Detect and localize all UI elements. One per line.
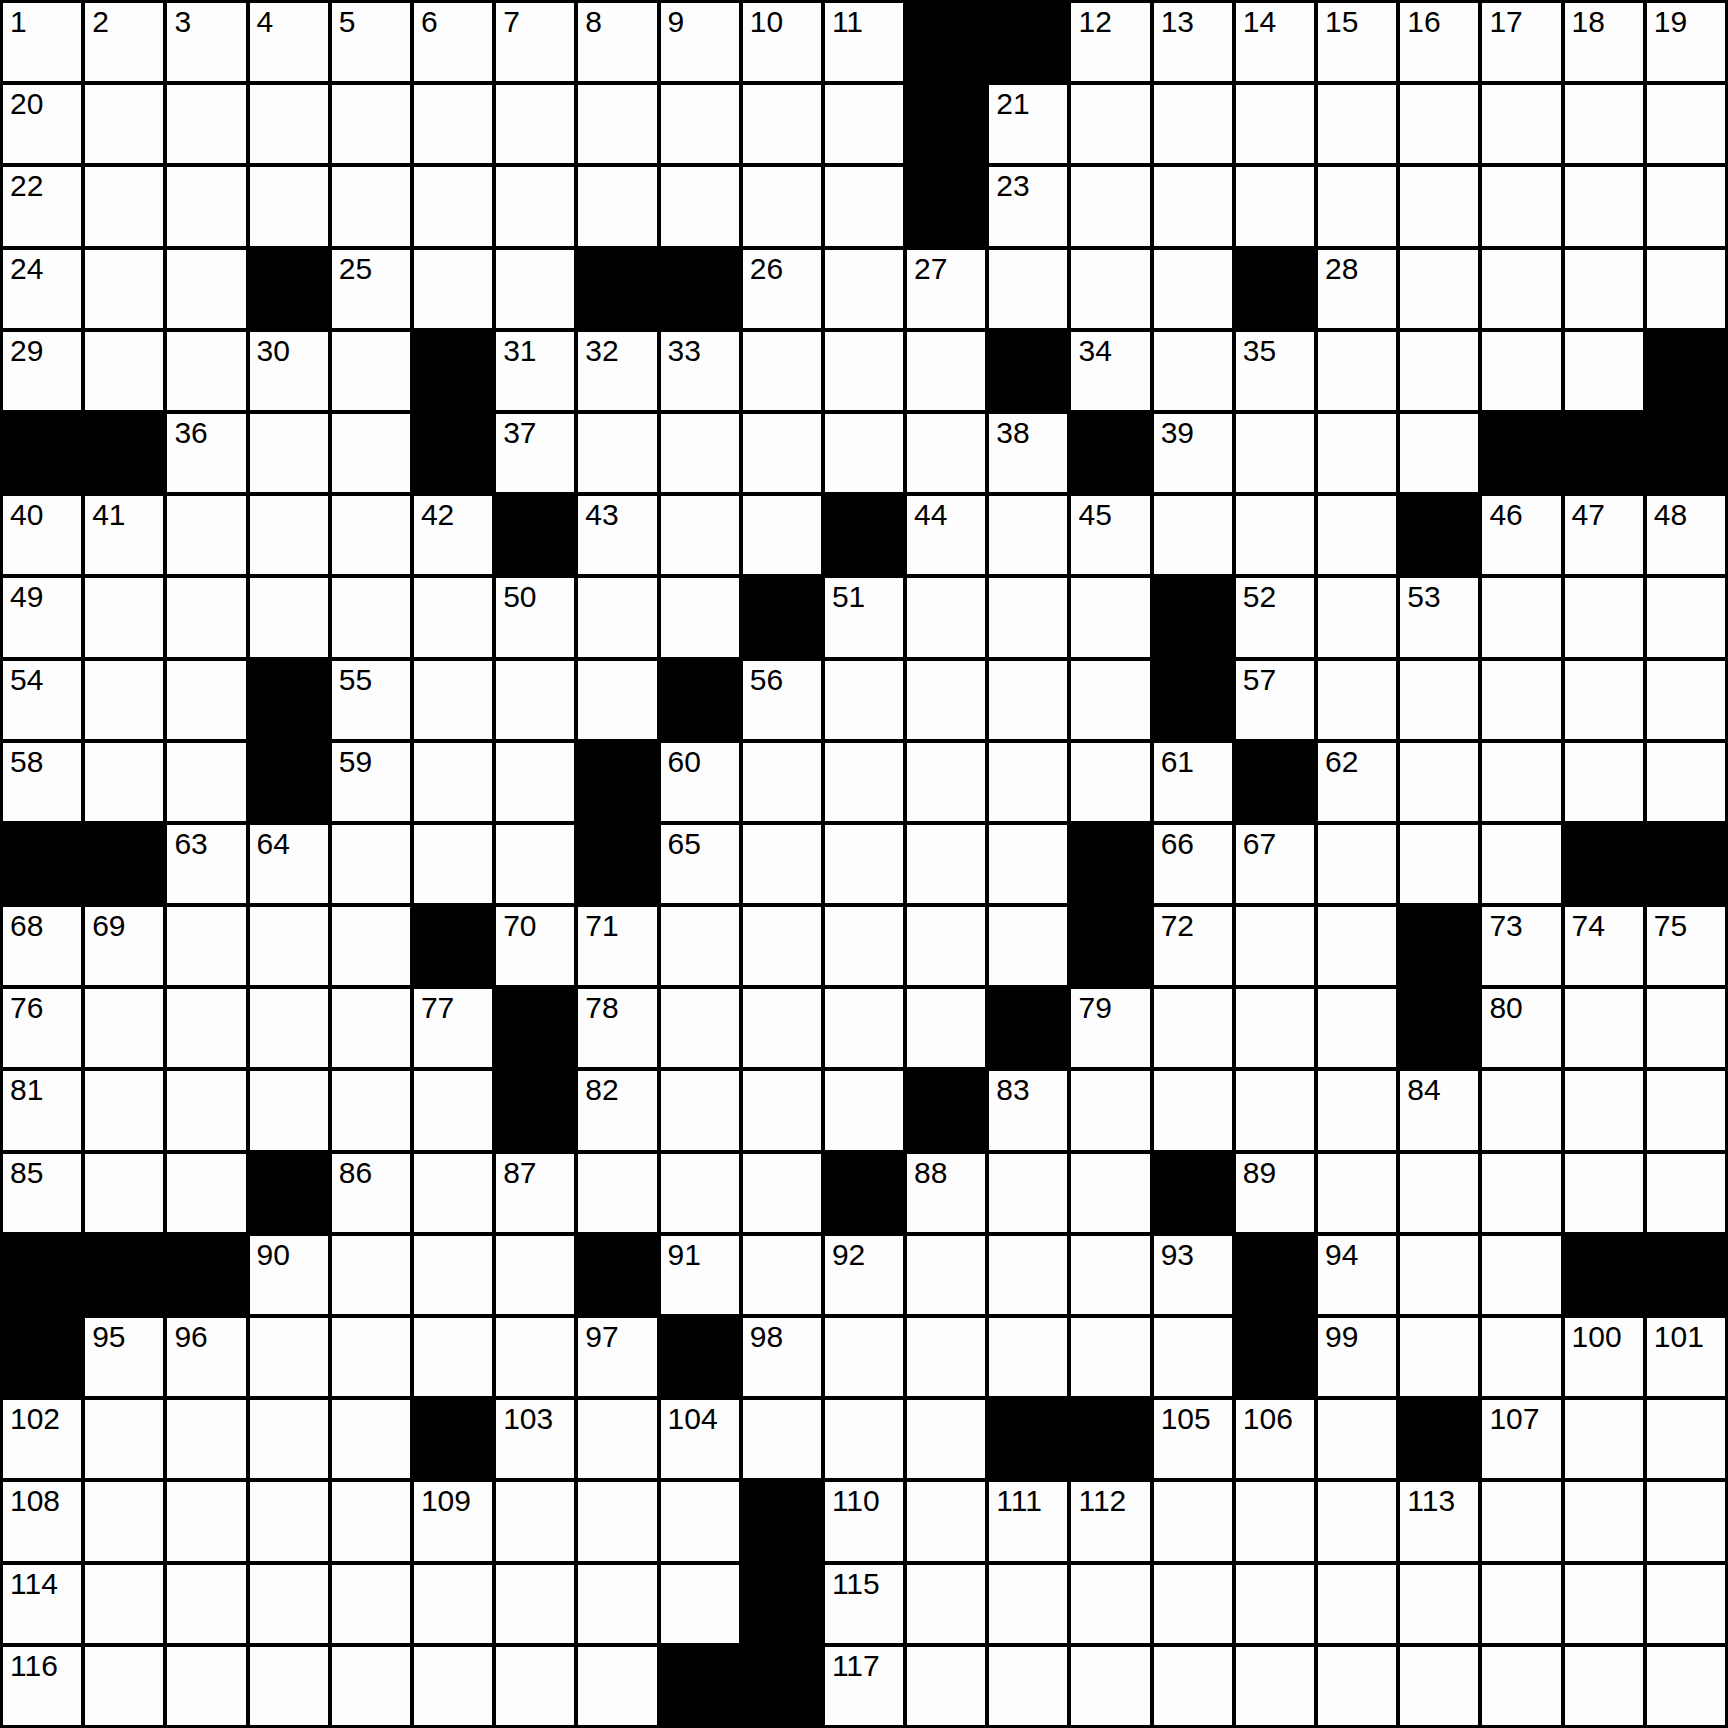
letter-cell[interactable]	[743, 414, 821, 492]
letter-cell[interactable]	[743, 496, 821, 574]
letter-cell[interactable]	[989, 825, 1067, 903]
letter-cell[interactable]: 76	[3, 989, 81, 1067]
letter-cell[interactable]: 22	[3, 167, 81, 245]
letter-cell[interactable]: 18	[1565, 3, 1643, 81]
letter-cell[interactable]: 7	[496, 3, 574, 81]
letter-cell[interactable]	[1565, 85, 1643, 163]
letter-cell[interactable]	[1071, 578, 1149, 656]
letter-cell[interactable]: 19	[1647, 3, 1725, 81]
letter-cell[interactable]	[1318, 1647, 1396, 1725]
letter-cell[interactable]	[989, 1647, 1067, 1725]
letter-cell[interactable]: 44	[907, 496, 985, 574]
letter-cell[interactable]	[989, 661, 1067, 739]
letter-cell[interactable]	[1565, 250, 1643, 328]
letter-cell[interactable]: 52	[1236, 578, 1314, 656]
letter-cell[interactable]: 32	[578, 332, 656, 410]
letter-cell[interactable]	[1236, 1482, 1314, 1560]
letter-cell[interactable]	[661, 414, 739, 492]
letter-cell[interactable]	[989, 1318, 1067, 1396]
letter-cell[interactable]	[332, 989, 410, 1067]
letter-cell[interactable]: 10	[743, 3, 821, 81]
letter-cell[interactable]: 36	[167, 414, 245, 492]
letter-cell[interactable]	[1647, 250, 1725, 328]
letter-cell[interactable]: 2	[85, 3, 163, 81]
letter-cell[interactable]	[1318, 1071, 1396, 1149]
letter-cell[interactable]	[1154, 85, 1232, 163]
letter-cell[interactable]	[1318, 85, 1396, 163]
letter-cell[interactable]	[1400, 1647, 1478, 1725]
letter-cell[interactable]	[332, 1482, 410, 1560]
letter-cell[interactable]	[167, 1400, 245, 1478]
letter-cell[interactable]	[1565, 332, 1643, 410]
letter-cell[interactable]	[1154, 250, 1232, 328]
letter-cell[interactable]: 13	[1154, 3, 1232, 81]
letter-cell[interactable]	[496, 825, 574, 903]
letter-cell[interactable]	[1071, 1071, 1149, 1149]
letter-cell[interactable]: 74	[1565, 907, 1643, 985]
letter-cell[interactable]	[907, 743, 985, 821]
letter-cell[interactable]: 60	[661, 743, 739, 821]
letter-cell[interactable]: 16	[1400, 3, 1478, 81]
letter-cell[interactable]: 70	[496, 907, 574, 985]
letter-cell[interactable]	[85, 1565, 163, 1643]
letter-cell[interactable]	[332, 85, 410, 163]
letter-cell[interactable]	[1154, 1318, 1232, 1396]
letter-cell[interactable]: 96	[167, 1318, 245, 1396]
letter-cell[interactable]	[1400, 1318, 1478, 1396]
letter-cell[interactable]	[1482, 1318, 1560, 1396]
letter-cell[interactable]	[907, 989, 985, 1067]
letter-cell[interactable]	[414, 1154, 492, 1232]
letter-cell[interactable]	[1482, 250, 1560, 328]
letter-cell[interactable]	[743, 167, 821, 245]
letter-cell[interactable]: 85	[3, 1154, 81, 1232]
letter-cell[interactable]	[332, 1071, 410, 1149]
letter-cell[interactable]	[1318, 496, 1396, 574]
letter-cell[interactable]	[907, 1236, 985, 1314]
letter-cell[interactable]: 26	[743, 250, 821, 328]
letter-cell[interactable]: 111	[989, 1482, 1067, 1560]
letter-cell[interactable]	[743, 1071, 821, 1149]
letter-cell[interactable]	[1565, 1482, 1643, 1560]
letter-cell[interactable]	[1482, 332, 1560, 410]
letter-cell[interactable]	[1647, 85, 1725, 163]
letter-cell[interactable]	[1236, 414, 1314, 492]
letter-cell[interactable]	[1565, 1400, 1643, 1478]
letter-cell[interactable]	[332, 1318, 410, 1396]
letter-cell[interactable]	[1647, 1482, 1725, 1560]
letter-cell[interactable]: 95	[85, 1318, 163, 1396]
letter-cell[interactable]: 62	[1318, 743, 1396, 821]
letter-cell[interactable]	[167, 1482, 245, 1560]
letter-cell[interactable]	[1071, 167, 1149, 245]
letter-cell[interactable]: 1	[3, 3, 81, 81]
letter-cell[interactable]	[496, 250, 574, 328]
letter-cell[interactable]: 57	[1236, 661, 1314, 739]
letter-cell[interactable]	[332, 1236, 410, 1314]
letter-cell[interactable]	[1482, 1482, 1560, 1560]
letter-cell[interactable]: 88	[907, 1154, 985, 1232]
letter-cell[interactable]: 6	[414, 3, 492, 81]
letter-cell[interactable]	[496, 1647, 574, 1725]
letter-cell[interactable]	[578, 578, 656, 656]
letter-cell[interactable]: 21	[989, 85, 1067, 163]
letter-cell[interactable]: 50	[496, 578, 574, 656]
letter-cell[interactable]	[1236, 1647, 1314, 1725]
letter-cell[interactable]	[1482, 743, 1560, 821]
letter-cell[interactable]	[1482, 1236, 1560, 1314]
letter-cell[interactable]	[1647, 578, 1725, 656]
letter-cell[interactable]	[1318, 414, 1396, 492]
letter-cell[interactable]	[825, 989, 903, 1067]
letter-cell[interactable]	[85, 250, 163, 328]
letter-cell[interactable]	[743, 85, 821, 163]
letter-cell[interactable]: 77	[414, 989, 492, 1067]
letter-cell[interactable]	[1647, 1565, 1725, 1643]
letter-cell[interactable]	[167, 907, 245, 985]
letter-cell[interactable]: 63	[167, 825, 245, 903]
letter-cell[interactable]	[661, 167, 739, 245]
letter-cell[interactable]: 30	[250, 332, 328, 410]
letter-cell[interactable]: 4	[250, 3, 328, 81]
letter-cell[interactable]	[907, 1400, 985, 1478]
letter-cell[interactable]	[578, 1565, 656, 1643]
letter-cell[interactable]	[578, 167, 656, 245]
letter-cell[interactable]	[496, 1565, 574, 1643]
letter-cell[interactable]	[85, 85, 163, 163]
letter-cell[interactable]	[1647, 989, 1725, 1067]
letter-cell[interactable]	[1154, 496, 1232, 574]
letter-cell[interactable]	[1236, 85, 1314, 163]
letter-cell[interactable]	[1071, 85, 1149, 163]
letter-cell[interactable]: 75	[1647, 907, 1725, 985]
letter-cell[interactable]	[1071, 1647, 1149, 1725]
letter-cell[interactable]	[496, 1318, 574, 1396]
letter-cell[interactable]	[1318, 1400, 1396, 1478]
letter-cell[interactable]: 109	[414, 1482, 492, 1560]
letter-cell[interactable]	[332, 825, 410, 903]
letter-cell[interactable]	[1236, 989, 1314, 1067]
letter-cell[interactable]	[496, 743, 574, 821]
letter-cell[interactable]	[907, 414, 985, 492]
letter-cell[interactable]	[1400, 1236, 1478, 1314]
letter-cell[interactable]	[496, 167, 574, 245]
letter-cell[interactable]: 113	[1400, 1482, 1478, 1560]
letter-cell[interactable]	[1071, 1318, 1149, 1396]
letter-cell[interactable]	[1482, 825, 1560, 903]
letter-cell[interactable]: 106	[1236, 1400, 1314, 1478]
letter-cell[interactable]	[250, 167, 328, 245]
letter-cell[interactable]	[1565, 1647, 1643, 1725]
letter-cell[interactable]	[414, 1565, 492, 1643]
letter-cell[interactable]: 39	[1154, 414, 1232, 492]
letter-cell[interactable]	[85, 1400, 163, 1478]
letter-cell[interactable]	[250, 1482, 328, 1560]
letter-cell[interactable]	[1318, 167, 1396, 245]
letter-cell[interactable]: 82	[578, 1071, 656, 1149]
letter-cell[interactable]	[1482, 1154, 1560, 1232]
letter-cell[interactable]: 100	[1565, 1318, 1643, 1396]
letter-cell[interactable]	[332, 1565, 410, 1643]
letter-cell[interactable]	[1318, 332, 1396, 410]
letter-cell[interactable]: 105	[1154, 1400, 1232, 1478]
letter-cell[interactable]	[825, 1400, 903, 1478]
letter-cell[interactable]: 12	[1071, 3, 1149, 81]
letter-cell[interactable]: 114	[3, 1565, 81, 1643]
letter-cell[interactable]	[167, 1647, 245, 1725]
letter-cell[interactable]: 69	[85, 907, 163, 985]
letter-cell[interactable]	[1236, 907, 1314, 985]
letter-cell[interactable]	[85, 1647, 163, 1725]
letter-cell[interactable]	[825, 825, 903, 903]
letter-cell[interactable]	[907, 825, 985, 903]
letter-cell[interactable]	[1154, 989, 1232, 1067]
letter-cell[interactable]	[167, 1071, 245, 1149]
letter-cell[interactable]	[167, 743, 245, 821]
letter-cell[interactable]	[825, 661, 903, 739]
letter-cell[interactable]: 23	[989, 167, 1067, 245]
letter-cell[interactable]	[1318, 907, 1396, 985]
letter-cell[interactable]	[1482, 1565, 1560, 1643]
letter-cell[interactable]: 93	[1154, 1236, 1232, 1314]
letter-cell[interactable]	[661, 85, 739, 163]
letter-cell[interactable]	[989, 743, 1067, 821]
letter-cell[interactable]	[167, 85, 245, 163]
letter-cell[interactable]: 40	[3, 496, 81, 574]
letter-cell[interactable]: 87	[496, 1154, 574, 1232]
letter-cell[interactable]: 56	[743, 661, 821, 739]
letter-cell[interactable]: 81	[3, 1071, 81, 1149]
letter-cell[interactable]	[1565, 1154, 1643, 1232]
letter-cell[interactable]	[1565, 1071, 1643, 1149]
letter-cell[interactable]	[989, 250, 1067, 328]
letter-cell[interactable]: 98	[743, 1318, 821, 1396]
letter-cell[interactable]: 33	[661, 332, 739, 410]
letter-cell[interactable]	[743, 1154, 821, 1232]
letter-cell[interactable]	[250, 1400, 328, 1478]
letter-cell[interactable]	[1154, 167, 1232, 245]
letter-cell[interactable]	[85, 661, 163, 739]
letter-cell[interactable]: 24	[3, 250, 81, 328]
letter-cell[interactable]	[1565, 578, 1643, 656]
letter-cell[interactable]	[496, 85, 574, 163]
letter-cell[interactable]: 11	[825, 3, 903, 81]
letter-cell[interactable]	[85, 743, 163, 821]
letter-cell[interactable]: 86	[332, 1154, 410, 1232]
letter-cell[interactable]	[989, 1565, 1067, 1643]
letter-cell[interactable]	[250, 1318, 328, 1396]
letter-cell[interactable]	[414, 1647, 492, 1725]
letter-cell[interactable]	[414, 1071, 492, 1149]
letter-cell[interactable]	[825, 414, 903, 492]
letter-cell[interactable]	[85, 578, 163, 656]
letter-cell[interactable]	[907, 578, 985, 656]
letter-cell[interactable]	[1400, 743, 1478, 821]
letter-cell[interactable]	[1400, 167, 1478, 245]
letter-cell[interactable]	[661, 907, 739, 985]
letter-cell[interactable]: 45	[1071, 496, 1149, 574]
letter-cell[interactable]: 90	[250, 1236, 328, 1314]
letter-cell[interactable]	[85, 1482, 163, 1560]
letter-cell[interactable]	[1565, 167, 1643, 245]
letter-cell[interactable]	[1565, 661, 1643, 739]
letter-cell[interactable]	[825, 250, 903, 328]
letter-cell[interactable]	[661, 496, 739, 574]
letter-cell[interactable]: 37	[496, 414, 574, 492]
letter-cell[interactable]	[1318, 1154, 1396, 1232]
letter-cell[interactable]	[1236, 496, 1314, 574]
letter-cell[interactable]: 42	[414, 496, 492, 574]
letter-cell[interactable]	[825, 332, 903, 410]
letter-cell[interactable]: 107	[1482, 1400, 1560, 1478]
letter-cell[interactable]	[167, 1565, 245, 1643]
letter-cell[interactable]	[1647, 1400, 1725, 1478]
letter-cell[interactable]	[250, 1647, 328, 1725]
letter-cell[interactable]	[1318, 661, 1396, 739]
letter-cell[interactable]	[1647, 167, 1725, 245]
letter-cell[interactable]	[989, 1154, 1067, 1232]
letter-cell[interactable]: 108	[3, 1482, 81, 1560]
letter-cell[interactable]	[825, 85, 903, 163]
letter-cell[interactable]: 117	[825, 1647, 903, 1725]
letter-cell[interactable]	[825, 743, 903, 821]
letter-cell[interactable]	[85, 167, 163, 245]
letter-cell[interactable]	[578, 1647, 656, 1725]
letter-cell[interactable]: 41	[85, 496, 163, 574]
letter-cell[interactable]: 103	[496, 1400, 574, 1478]
letter-cell[interactable]	[167, 661, 245, 739]
letter-cell[interactable]	[578, 1482, 656, 1560]
letter-cell[interactable]: 49	[3, 578, 81, 656]
letter-cell[interactable]	[332, 167, 410, 245]
letter-cell[interactable]	[989, 496, 1067, 574]
letter-cell[interactable]	[332, 1647, 410, 1725]
letter-cell[interactable]	[1400, 1154, 1478, 1232]
letter-cell[interactable]: 46	[1482, 496, 1560, 574]
letter-cell[interactable]	[907, 332, 985, 410]
letter-cell[interactable]: 20	[3, 85, 81, 163]
letter-cell[interactable]	[1318, 825, 1396, 903]
letter-cell[interactable]	[743, 989, 821, 1067]
letter-cell[interactable]	[1400, 1565, 1478, 1643]
letter-cell[interactable]	[250, 414, 328, 492]
letter-cell[interactable]	[1400, 250, 1478, 328]
letter-cell[interactable]	[85, 332, 163, 410]
letter-cell[interactable]	[743, 907, 821, 985]
letter-cell[interactable]	[743, 825, 821, 903]
letter-cell[interactable]	[414, 1236, 492, 1314]
letter-cell[interactable]	[1482, 1071, 1560, 1149]
letter-cell[interactable]	[414, 825, 492, 903]
letter-cell[interactable]	[250, 907, 328, 985]
letter-cell[interactable]: 47	[1565, 496, 1643, 574]
letter-cell[interactable]	[332, 578, 410, 656]
letter-cell[interactable]	[1154, 1565, 1232, 1643]
letter-cell[interactable]	[825, 1071, 903, 1149]
letter-cell[interactable]: 99	[1318, 1318, 1396, 1396]
letter-cell[interactable]	[250, 85, 328, 163]
letter-cell[interactable]: 92	[825, 1236, 903, 1314]
letter-cell[interactable]	[332, 332, 410, 410]
letter-cell[interactable]	[414, 250, 492, 328]
letter-cell[interactable]	[661, 1071, 739, 1149]
letter-cell[interactable]	[1565, 989, 1643, 1067]
letter-cell[interactable]: 112	[1071, 1482, 1149, 1560]
letter-cell[interactable]	[1647, 743, 1725, 821]
letter-cell[interactable]	[1154, 1647, 1232, 1725]
letter-cell[interactable]: 78	[578, 989, 656, 1067]
letter-cell[interactable]	[167, 167, 245, 245]
letter-cell[interactable]	[1647, 661, 1725, 739]
letter-cell[interactable]: 116	[3, 1647, 81, 1725]
letter-cell[interactable]	[907, 1482, 985, 1560]
letter-cell[interactable]: 61	[1154, 743, 1232, 821]
letter-cell[interactable]: 67	[1236, 825, 1314, 903]
letter-cell[interactable]	[1154, 332, 1232, 410]
letter-cell[interactable]	[414, 578, 492, 656]
letter-cell[interactable]	[1236, 1071, 1314, 1149]
letter-cell[interactable]	[332, 907, 410, 985]
letter-cell[interactable]	[414, 85, 492, 163]
letter-cell[interactable]	[743, 1236, 821, 1314]
letter-cell[interactable]: 89	[1236, 1154, 1314, 1232]
letter-cell[interactable]: 71	[578, 907, 656, 985]
letter-cell[interactable]: 34	[1071, 332, 1149, 410]
letter-cell[interactable]	[743, 332, 821, 410]
letter-cell[interactable]	[1482, 578, 1560, 656]
letter-cell[interactable]: 91	[661, 1236, 739, 1314]
letter-cell[interactable]: 14	[1236, 3, 1314, 81]
letter-cell[interactable]: 80	[1482, 989, 1560, 1067]
letter-cell[interactable]	[496, 661, 574, 739]
letter-cell[interactable]	[1236, 1565, 1314, 1643]
letter-cell[interactable]: 97	[578, 1318, 656, 1396]
letter-cell[interactable]	[1647, 1647, 1725, 1725]
letter-cell[interactable]	[167, 250, 245, 328]
letter-cell[interactable]	[1154, 1071, 1232, 1149]
letter-cell[interactable]: 101	[1647, 1318, 1725, 1396]
letter-cell[interactable]: 5	[332, 3, 410, 81]
letter-cell[interactable]	[907, 661, 985, 739]
letter-cell[interactable]	[1071, 250, 1149, 328]
letter-cell[interactable]: 115	[825, 1565, 903, 1643]
letter-cell[interactable]: 64	[250, 825, 328, 903]
letter-cell[interactable]	[1071, 1236, 1149, 1314]
letter-cell[interactable]	[414, 661, 492, 739]
letter-cell[interactable]	[1400, 85, 1478, 163]
letter-cell[interactable]	[250, 578, 328, 656]
letter-cell[interactable]	[1318, 1565, 1396, 1643]
letter-cell[interactable]	[85, 1071, 163, 1149]
letter-cell[interactable]: 65	[661, 825, 739, 903]
letter-cell[interactable]	[1318, 989, 1396, 1067]
letter-cell[interactable]	[167, 578, 245, 656]
letter-cell[interactable]: 55	[332, 661, 410, 739]
letter-cell[interactable]: 84	[1400, 1071, 1478, 1149]
letter-cell[interactable]	[332, 496, 410, 574]
letter-cell[interactable]	[1647, 1071, 1725, 1149]
letter-cell[interactable]: 54	[3, 661, 81, 739]
letter-cell[interactable]	[825, 167, 903, 245]
letter-cell[interactable]	[414, 1318, 492, 1396]
letter-cell[interactable]: 15	[1318, 3, 1396, 81]
letter-cell[interactable]	[85, 989, 163, 1067]
letter-cell[interactable]	[85, 1154, 163, 1232]
letter-cell[interactable]: 31	[496, 332, 574, 410]
letter-cell[interactable]	[1400, 825, 1478, 903]
letter-cell[interactable]: 73	[1482, 907, 1560, 985]
letter-cell[interactable]: 102	[3, 1400, 81, 1478]
